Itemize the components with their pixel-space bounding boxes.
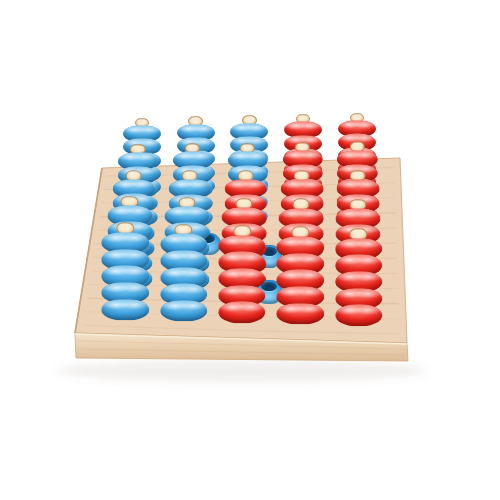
peg-stack-r5c3[interactable] [218, 225, 265, 323]
peg-stack-r5c5[interactable] [335, 228, 382, 326]
bead [102, 299, 149, 320]
peg-stack-r5c2[interactable] [160, 224, 207, 322]
product-photo-scene [0, 0, 500, 500]
peg-stack-r5c4[interactable] [277, 227, 324, 325]
bead [277, 303, 324, 324]
bead [160, 300, 207, 321]
bead [335, 304, 382, 325]
bead [218, 302, 265, 323]
pieces-layer [0, 0, 500, 500]
peg-stack-r5c1[interactable] [102, 222, 149, 320]
